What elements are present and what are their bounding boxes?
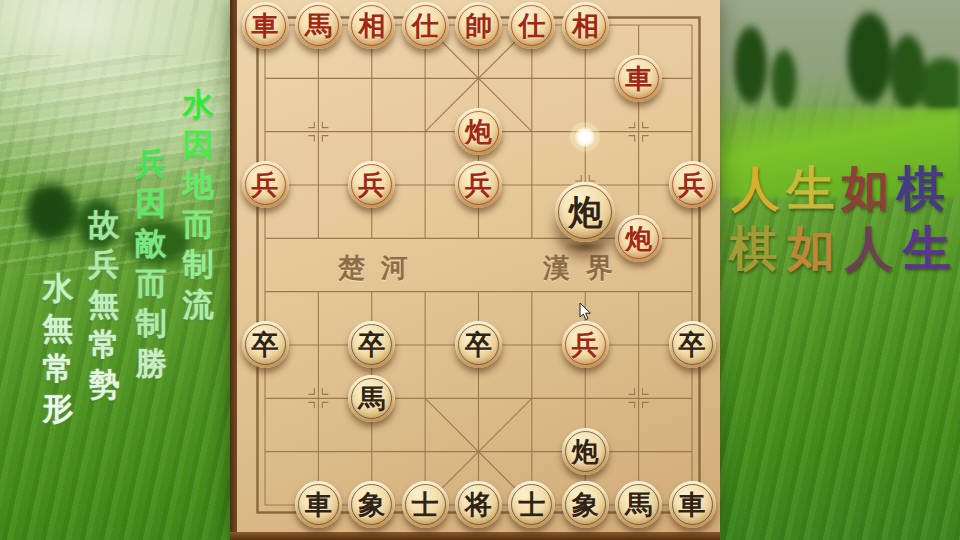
verse-char: 兵 — [86, 245, 122, 285]
verse-char: 水 — [180, 85, 216, 125]
verse-char: 而 — [180, 205, 216, 245]
verse-char: 勢 — [86, 365, 122, 405]
mouse-cursor — [579, 302, 593, 326]
verse-char: 形 — [40, 389, 76, 429]
verse-char: 無 — [86, 285, 122, 325]
motto-char: 如 — [782, 223, 840, 273]
verse-char: 無 — [40, 309, 76, 349]
motto-char: 人 — [840, 223, 898, 273]
verse-char: 因 — [180, 125, 216, 165]
verse-char: 而 — [133, 264, 169, 304]
verse-char: 兵 — [133, 144, 169, 184]
verse-char: 故 — [86, 205, 122, 245]
motto-char: 棋 — [893, 163, 948, 213]
left-verse-column-1: 水因地而制流 — [180, 85, 216, 325]
motto-char: 人 — [728, 163, 783, 213]
verse-char: 勝 — [133, 344, 169, 384]
motto-char: 生 — [898, 223, 956, 273]
right-motto-line-2: 棋如人生 — [724, 223, 956, 273]
right-motto-line-1: 人生如棋 — [728, 163, 948, 213]
verse-char: 地 — [180, 165, 216, 205]
verse-char: 流 — [180, 285, 216, 325]
motto-char: 生 — [783, 163, 838, 213]
verse-char: 常 — [86, 325, 122, 365]
left-verse-column-3: 故兵無常勢 — [86, 205, 122, 405]
motto-char: 棋 — [724, 223, 782, 273]
verse-char: 常 — [40, 349, 76, 389]
verse-char: 敵 — [133, 224, 169, 264]
motto-char: 如 — [838, 163, 893, 213]
verse-char: 制 — [133, 304, 169, 344]
left-verse-column-2: 兵因敵而制勝 — [133, 144, 169, 384]
verse-char: 制 — [180, 245, 216, 285]
left-verse-column-4: 水無常形 — [40, 269, 76, 429]
calligraphy-layer: 水因地而制流兵因敵而制勝故兵無常勢水無常形人生如棋棋如人生 — [0, 0, 960, 540]
verse-char: 水 — [40, 269, 76, 309]
verse-char: 因 — [133, 184, 169, 224]
